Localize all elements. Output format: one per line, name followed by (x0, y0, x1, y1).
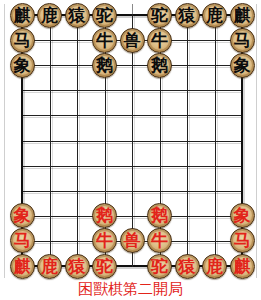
piece-black-elephant[interactable]: 象 (10, 53, 35, 78)
piece-red-beast[interactable]: 兽 (120, 228, 145, 253)
piece-black-ox[interactable]: 牛 (147, 28, 172, 53)
outer-frame-left (4, 4, 5, 278)
piece-red-elephant[interactable]: 象 (10, 203, 35, 228)
piece-black-qilin[interactable]: 麒 (230, 3, 255, 28)
piece-red-ape[interactable]: 猿 (175, 254, 200, 279)
piece-black-deer[interactable]: 鹿 (37, 3, 62, 28)
piece-red-elephant[interactable]: 象 (230, 203, 255, 228)
piece-red-camel[interactable]: 驼 (92, 254, 117, 279)
piece-black-goose[interactable]: 鹅 (147, 53, 172, 78)
piece-black-qilin[interactable]: 麒 (10, 3, 35, 28)
piece-red-deer[interactable]: 鹿 (202, 254, 227, 279)
v-line-8 (215, 14, 216, 267)
piece-black-camel[interactable]: 驼 (92, 3, 117, 28)
piece-red-goose[interactable]: 鹅 (147, 203, 172, 228)
v-line-3 (77, 14, 78, 267)
piece-black-deer[interactable]: 鹿 (202, 3, 227, 28)
piece-red-goose[interactable]: 鹅 (92, 203, 117, 228)
piece-black-ox[interactable]: 牛 (92, 28, 117, 53)
piece-black-camel[interactable]: 驼 (147, 3, 172, 28)
piece-black-ape[interactable]: 猿 (65, 3, 90, 28)
caption: 困獸棋第二開局 (0, 280, 261, 299)
piece-red-qilin[interactable]: 麒 (230, 254, 255, 279)
piece-red-deer[interactable]: 鹿 (37, 254, 62, 279)
v-line-2 (50, 14, 51, 267)
outer-frame-right (256, 4, 257, 278)
piece-black-horse[interactable]: 马 (10, 28, 35, 53)
piece-black-goose[interactable]: 鹅 (92, 53, 117, 78)
v-line-7 (187, 14, 188, 267)
piece-black-beast[interactable]: 兽 (120, 28, 145, 53)
piece-black-elephant[interactable]: 象 (230, 53, 255, 78)
piece-red-ox[interactable]: 牛 (147, 228, 172, 253)
piece-red-qilin[interactable]: 麒 (10, 254, 35, 279)
piece-red-horse[interactable]: 马 (230, 228, 255, 253)
piece-red-camel[interactable]: 驼 (147, 254, 172, 279)
piece-red-ox[interactable]: 牛 (92, 228, 117, 253)
piece-black-ape[interactable]: 猿 (175, 3, 200, 28)
board: 麒鹿猿驼驼猿鹿麒马牛兽牛马象鹅鹅象象鹅鹅象马牛兽牛马麒鹿猿驼驼猿鹿麒 (0, 0, 261, 281)
piece-red-horse[interactable]: 马 (10, 228, 35, 253)
piece-black-horse[interactable]: 马 (230, 28, 255, 53)
piece-red-ape[interactable]: 猿 (65, 254, 90, 279)
